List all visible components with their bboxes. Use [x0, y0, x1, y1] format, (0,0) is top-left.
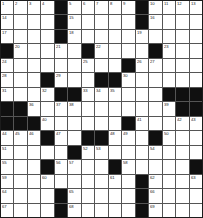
cell-r4c6[interactable] — [68, 44, 80, 57]
cell-r13c6[interactable] — [68, 175, 80, 188]
cell-r8c3[interactable]: 36 — [28, 102, 40, 115]
clue-number-44: 44 — [2, 131, 7, 135]
cell-r3c1[interactable]: 17 — [1, 30, 13, 43]
crossword-board: 1234567891011121314151617181920212223242… — [0, 0, 203, 218]
cell-r6c13[interactable] — [163, 73, 175, 86]
black-cell-r9c2 — [14, 117, 26, 130]
clue-number-32: 32 — [42, 88, 47, 92]
cell-r7c9[interactable]: 35 — [109, 88, 121, 101]
clue-number-8: 8 — [110, 1, 112, 5]
clue-number-56: 56 — [56, 160, 61, 164]
cell-r4c4[interactable] — [41, 44, 53, 57]
cell-r1c12[interactable]: 10 — [149, 1, 161, 14]
cell-r4c2[interactable]: 20 — [14, 44, 26, 57]
cell-r7c1[interactable]: 31 — [1, 88, 13, 101]
cell-r1c9[interactable]: 8 — [109, 1, 121, 14]
cell-r8c9[interactable] — [109, 102, 121, 115]
cell-r11c9[interactable] — [109, 146, 121, 159]
clue-number-12: 12 — [177, 1, 182, 5]
clue-number-9: 9 — [123, 1, 125, 5]
cell-r2c1[interactable]: 14 — [1, 15, 13, 28]
cell-r4c14[interactable] — [176, 44, 188, 57]
black-cell-r12c9 — [109, 160, 121, 173]
clue-number-69: 69 — [150, 204, 155, 208]
cell-r7c7[interactable]: 33 — [82, 88, 94, 101]
clue-number-27: 27 — [150, 59, 155, 63]
cell-r5c13[interactable] — [163, 59, 175, 72]
cell-r13c5[interactable] — [55, 175, 67, 188]
cell-r5c11[interactable]: 26 — [136, 59, 148, 72]
cell-r12c11[interactable] — [136, 160, 148, 173]
clue-number-63: 63 — [191, 175, 196, 179]
cell-r4c8[interactable]: 22 — [95, 44, 107, 57]
cell-r15c9[interactable] — [109, 204, 121, 217]
black-cell-r9c1 — [1, 117, 13, 130]
cell-r6c12[interactable] — [149, 73, 161, 86]
cell-r13c2[interactable] — [14, 175, 26, 188]
black-cell-r8c2 — [14, 102, 26, 115]
cell-r9c15[interactable]: 43 — [190, 117, 202, 130]
cell-r6c5[interactable]: 29 — [55, 73, 67, 86]
black-cell-r8c1 — [1, 102, 13, 115]
clue-number-42: 42 — [177, 117, 182, 121]
clue-number-45: 45 — [15, 131, 20, 135]
black-cell-r3c5 — [55, 30, 67, 43]
cell-r10c3[interactable]: 46 — [28, 131, 40, 144]
cell-r13c12[interactable]: 62 — [149, 175, 161, 188]
cell-r11c14[interactable] — [176, 146, 188, 159]
cell-r5c14[interactable] — [176, 59, 188, 72]
cell-r9c7[interactable] — [82, 117, 94, 130]
cell-r8c11[interactable] — [136, 102, 148, 115]
clue-number-15: 15 — [69, 15, 74, 19]
black-cell-r8c14 — [176, 102, 188, 115]
clue-number-16: 16 — [150, 15, 155, 19]
clue-number-30: 30 — [123, 73, 128, 77]
cell-r4c9[interactable] — [109, 44, 121, 57]
clue-number-49: 49 — [123, 131, 128, 135]
cell-r15c14[interactable] — [176, 204, 188, 217]
cell-r12c3[interactable] — [28, 160, 40, 173]
cell-r13c15[interactable]: 63 — [190, 175, 202, 188]
clue-number-61: 61 — [110, 175, 115, 179]
cell-r3c4[interactable] — [41, 30, 53, 43]
cell-r4c5[interactable]: 21 — [55, 44, 67, 57]
clue-number-64: 64 — [2, 189, 7, 193]
black-cell-r7c14 — [176, 88, 188, 101]
clue-number-22: 22 — [96, 44, 101, 48]
clue-number-51: 51 — [2, 146, 7, 150]
cell-r5c7[interactable]: 25 — [82, 59, 94, 72]
cell-r1c3[interactable]: 3 — [28, 1, 40, 14]
cell-r9c13[interactable] — [163, 117, 175, 130]
black-cell-r7c5 — [55, 88, 67, 101]
clue-number-25: 25 — [83, 59, 88, 63]
cell-r13c4[interactable]: 60 — [41, 175, 53, 188]
black-cell-r10c12 — [149, 131, 161, 144]
clue-number-57: 57 — [69, 160, 74, 164]
clue-number-20: 20 — [15, 44, 20, 48]
cell-r12c12[interactable] — [149, 160, 161, 173]
cell-r6c6[interactable] — [68, 73, 80, 86]
cell-r14c15[interactable] — [190, 189, 202, 202]
cell-r14c2[interactable] — [14, 189, 26, 202]
cell-r1c10[interactable]: 9 — [122, 1, 134, 14]
cell-r13c14[interactable] — [176, 175, 188, 188]
cell-r3c3[interactable] — [28, 30, 40, 43]
clue-number-37: 37 — [56, 102, 61, 106]
clue-number-55: 55 — [2, 160, 7, 164]
cell-r2c14[interactable] — [176, 15, 188, 28]
black-cell-r1c11 — [136, 1, 148, 14]
cell-r6c10[interactable]: 30 — [122, 73, 134, 86]
cell-r9c8[interactable] — [95, 117, 107, 130]
clue-number-17: 17 — [2, 30, 7, 34]
cell-r1c13[interactable]: 11 — [163, 1, 175, 14]
cell-r2c4[interactable] — [41, 15, 53, 28]
cell-r3c14[interactable] — [176, 30, 188, 43]
cell-r3c7[interactable] — [82, 30, 94, 43]
cell-r11c7[interactable]: 52 — [82, 146, 94, 159]
cell-r3c6[interactable]: 18 — [68, 30, 80, 43]
cell-r6c7[interactable] — [82, 73, 94, 86]
cell-r8c7[interactable] — [82, 102, 94, 115]
cell-r1c14[interactable]: 12 — [176, 1, 188, 14]
black-cell-r6c8 — [95, 73, 107, 86]
clue-number-7: 7 — [96, 1, 98, 5]
cell-r10c11[interactable] — [136, 131, 148, 144]
cell-r3c13[interactable] — [163, 30, 175, 43]
cell-r12c2[interactable] — [14, 160, 26, 173]
clue-number-31: 31 — [2, 88, 7, 92]
black-cell-r2c5 — [55, 15, 67, 28]
black-cell-r9c3 — [28, 117, 40, 130]
cell-r10c14[interactable] — [176, 131, 188, 144]
clue-number-34: 34 — [96, 88, 101, 92]
black-cell-r6c9 — [109, 73, 121, 86]
clue-number-6: 6 — [83, 1, 85, 5]
cell-r11c8[interactable]: 53 — [95, 146, 107, 159]
cell-r11c15[interactable] — [190, 146, 202, 159]
cell-r15c6[interactable]: 68 — [68, 204, 80, 217]
clue-number-19: 19 — [137, 30, 142, 34]
clue-number-59: 59 — [2, 175, 7, 179]
cell-r14c13[interactable] — [163, 189, 175, 202]
clue-number-29: 29 — [56, 73, 61, 77]
clue-number-40: 40 — [42, 117, 47, 121]
clue-number-46: 46 — [29, 131, 34, 135]
black-cell-r9c10 — [122, 117, 134, 130]
black-cell-r7c13 — [163, 88, 175, 101]
cell-r6c14[interactable] — [176, 73, 188, 86]
clue-number-24: 24 — [2, 59, 7, 63]
cell-r4c10[interactable] — [122, 44, 134, 57]
cell-r3c9[interactable] — [109, 30, 121, 43]
clue-number-53: 53 — [96, 146, 101, 150]
cell-r11c13[interactable] — [163, 146, 175, 159]
cell-r2c12[interactable]: 16 — [149, 15, 161, 28]
cell-r10c2[interactable]: 45 — [14, 131, 26, 144]
cell-r7c2[interactable] — [14, 88, 26, 101]
clue-number-3: 3 — [29, 1, 31, 5]
clue-number-23: 23 — [164, 44, 169, 48]
cell-r8c10[interactable] — [122, 102, 134, 115]
cell-r15c3[interactable] — [28, 204, 40, 217]
clue-number-14: 14 — [2, 15, 7, 19]
clue-number-58: 58 — [123, 160, 128, 164]
cell-r1c4[interactable]: 4 — [41, 1, 53, 14]
cell-r2c15[interactable] — [190, 15, 202, 28]
cell-r14c7[interactable] — [82, 189, 94, 202]
cell-r14c6[interactable]: 65 — [68, 189, 80, 202]
cell-r3c15[interactable] — [190, 30, 202, 43]
cell-r14c8[interactable] — [95, 189, 107, 202]
cell-r10c13[interactable]: 50 — [163, 131, 175, 144]
cell-r15c8[interactable] — [95, 204, 107, 217]
cell-r5c5[interactable] — [55, 59, 67, 72]
cell-r5c8[interactable] — [95, 59, 107, 72]
cell-r10c6[interactable] — [68, 131, 80, 144]
black-cell-r14c5 — [55, 189, 67, 202]
cell-r7c10[interactable] — [122, 88, 134, 101]
cell-r15c2[interactable] — [14, 204, 26, 217]
cell-r14c9[interactable] — [109, 189, 121, 202]
clue-number-35: 35 — [110, 88, 115, 92]
cell-r11c11[interactable] — [136, 146, 148, 159]
cell-r15c1[interactable]: 67 — [1, 204, 13, 217]
cell-r3c11[interactable]: 19 — [136, 30, 148, 43]
cell-r14c10[interactable] — [122, 189, 134, 202]
black-cell-r4c12 — [149, 44, 161, 57]
cell-r12c1[interactable]: 55 — [1, 160, 13, 173]
cell-r8c6[interactable]: 38 — [68, 102, 80, 115]
cell-r4c15[interactable] — [190, 44, 202, 57]
cell-r6c3[interactable] — [28, 73, 40, 86]
cell-r2c6[interactable]: 15 — [68, 15, 80, 28]
cell-r7c11[interactable] — [136, 88, 148, 101]
cell-r10c1[interactable]: 44 — [1, 131, 13, 144]
cell-r7c4[interactable]: 32 — [41, 88, 53, 101]
clue-number-68: 68 — [69, 204, 74, 208]
cell-r13c3[interactable] — [28, 175, 40, 188]
cell-r7c8[interactable]: 34 — [95, 88, 107, 101]
cell-r1c2[interactable]: 2 — [14, 1, 26, 14]
cell-r14c4[interactable] — [41, 189, 53, 202]
clue-number-36: 36 — [29, 102, 34, 106]
cell-r2c2[interactable] — [14, 15, 26, 28]
cell-r8c12[interactable] — [149, 102, 161, 115]
cell-r2c9[interactable] — [109, 15, 121, 28]
cell-r1c15[interactable]: 13 — [190, 1, 202, 14]
cell-r11c4[interactable] — [41, 146, 53, 159]
cell-r9c12[interactable] — [149, 117, 161, 130]
cell-r14c14[interactable] — [176, 189, 188, 202]
cell-r2c7[interactable] — [82, 15, 94, 28]
black-cell-r11c6 — [68, 146, 80, 159]
cell-r7c12[interactable] — [149, 88, 161, 101]
cell-r1c7[interactable]: 6 — [82, 1, 94, 14]
clue-number-28: 28 — [2, 73, 7, 77]
cell-r6c11[interactable] — [136, 73, 148, 86]
cell-r5c3[interactable] — [28, 59, 40, 72]
black-cell-r5c10 — [122, 59, 134, 72]
black-cell-r4c7 — [82, 44, 94, 57]
black-cell-r7c15 — [190, 88, 202, 101]
cell-r13c8[interactable] — [95, 175, 107, 188]
clue-number-21: 21 — [56, 44, 61, 48]
clue-number-41: 41 — [137, 117, 142, 121]
black-cell-r15c11 — [136, 204, 148, 217]
cell-r9c5[interactable] — [55, 117, 67, 130]
clue-number-13: 13 — [191, 1, 196, 5]
clue-number-62: 62 — [150, 175, 155, 179]
clue-number-18: 18 — [69, 30, 74, 34]
clue-number-60: 60 — [42, 175, 47, 179]
clue-number-43: 43 — [191, 117, 196, 121]
cell-r5c1[interactable]: 24 — [1, 59, 13, 72]
cell-r5c4[interactable] — [41, 59, 53, 72]
clue-number-66: 66 — [150, 189, 155, 193]
clue-number-54: 54 — [150, 146, 155, 150]
cell-r9c4[interactable]: 40 — [41, 117, 53, 130]
cell-r12c5[interactable]: 56 — [55, 160, 67, 173]
clue-number-52: 52 — [83, 146, 88, 150]
cell-r10c10[interactable]: 49 — [122, 131, 134, 144]
cell-r4c13[interactable]: 23 — [163, 44, 175, 57]
cell-r13c1[interactable]: 59 — [1, 175, 13, 188]
cell-r3c8[interactable] — [95, 30, 107, 43]
black-cell-r8c15 — [190, 102, 202, 115]
black-cell-r6c4 — [41, 73, 53, 86]
clue-number-1: 1 — [2, 1, 4, 5]
cell-r12c14[interactable] — [176, 160, 188, 173]
cell-r5c12[interactable]: 27 — [149, 59, 161, 72]
black-cell-r12c15 — [190, 160, 202, 173]
cell-r1c6[interactable]: 5 — [68, 1, 80, 14]
black-cell-r12c4 — [41, 160, 53, 173]
cell-r4c11[interactable] — [136, 44, 148, 57]
black-cell-r14c11 — [136, 189, 148, 202]
clue-number-48: 48 — [110, 131, 115, 135]
cell-r12c7[interactable] — [82, 160, 94, 173]
clue-number-65: 65 — [69, 189, 74, 193]
clue-number-39: 39 — [164, 102, 169, 106]
cell-r11c10[interactable] — [122, 146, 134, 159]
cell-r15c12[interactable]: 69 — [149, 204, 161, 217]
clue-number-33: 33 — [83, 88, 88, 92]
cell-r3c12[interactable] — [149, 30, 161, 43]
black-cell-r7c6 — [68, 88, 80, 101]
cell-r11c12[interactable]: 54 — [149, 146, 161, 159]
cell-r9c14[interactable]: 42 — [176, 117, 188, 130]
cell-r3c2[interactable] — [14, 30, 26, 43]
cell-r8c5[interactable]: 37 — [55, 102, 67, 115]
clue-number-26: 26 — [137, 59, 142, 63]
clue-number-38: 38 — [69, 102, 74, 106]
cell-r13c9[interactable]: 61 — [109, 175, 121, 188]
cell-r11c5[interactable] — [55, 146, 67, 159]
cell-r1c8[interactable]: 7 — [95, 1, 107, 14]
cell-r2c8[interactable] — [95, 15, 107, 28]
cell-r9c9[interactable] — [109, 117, 121, 130]
clue-number-4: 4 — [42, 1, 44, 5]
cell-r13c7[interactable] — [82, 175, 94, 188]
cell-r12c6[interactable]: 57 — [68, 160, 80, 173]
cell-r11c1[interactable]: 51 — [1, 146, 13, 159]
cell-r5c6[interactable] — [68, 59, 80, 72]
cell-r2c10[interactable] — [122, 15, 134, 28]
black-cell-r2c11 — [136, 15, 148, 28]
cell-r10c15[interactable] — [190, 131, 202, 144]
black-cell-r1c5 — [55, 1, 67, 14]
cell-r1c1[interactable]: 1 — [1, 1, 13, 14]
black-cell-r13c11 — [136, 175, 148, 188]
black-cell-r10c7 — [82, 131, 94, 144]
cell-r15c4[interactable] — [41, 204, 53, 217]
cell-r4c3[interactable] — [28, 44, 40, 57]
cell-r5c2[interactable] — [14, 59, 26, 72]
cell-r8c13[interactable]: 39 — [163, 102, 175, 115]
clue-number-47: 47 — [56, 131, 61, 135]
cell-r5c9[interactable] — [109, 59, 121, 72]
cell-r14c1[interactable]: 64 — [1, 189, 13, 202]
cell-r13c10[interactable] — [122, 175, 134, 188]
cell-r15c10[interactable] — [122, 204, 134, 217]
cell-r15c7[interactable] — [82, 204, 94, 217]
cell-r6c2[interactable] — [14, 73, 26, 86]
cell-r13c13[interactable] — [163, 175, 175, 188]
cell-r15c13[interactable] — [163, 204, 175, 217]
cell-r3c10[interactable] — [122, 30, 134, 43]
cell-r2c3[interactable] — [28, 15, 40, 28]
black-cell-r4c1 — [1, 44, 13, 57]
cell-r9c6[interactable] — [68, 117, 80, 130]
cell-r14c12[interactable]: 66 — [149, 189, 161, 202]
cell-r15c15[interactable] — [190, 204, 202, 217]
cell-r11c2[interactable] — [14, 146, 26, 159]
cell-r14c3[interactable] — [28, 189, 40, 202]
clue-number-10: 10 — [150, 1, 155, 5]
black-cell-r10c8 — [95, 131, 107, 144]
cell-r6c1[interactable]: 28 — [1, 73, 13, 86]
cell-r10c5[interactable]: 47 — [55, 131, 67, 144]
cell-r9c11[interactable]: 41 — [136, 117, 148, 130]
cell-r10c9[interactable]: 48 — [109, 131, 121, 144]
cell-r5c15[interactable] — [190, 59, 202, 72]
cell-r8c8[interactable] — [95, 102, 107, 115]
clue-number-2: 2 — [15, 1, 17, 5]
clue-number-67: 67 — [2, 204, 7, 208]
cell-r7c3[interactable] — [28, 88, 40, 101]
clue-number-50: 50 — [164, 131, 169, 135]
black-cell-r10c4 — [41, 131, 53, 144]
clue-number-5: 5 — [69, 1, 71, 5]
cell-r8c4[interactable] — [41, 102, 53, 115]
black-cell-r15c5 — [55, 204, 67, 217]
cell-r12c10[interactable]: 58 — [122, 160, 134, 173]
cell-r12c13[interactable] — [163, 160, 175, 173]
clue-number-11: 11 — [164, 1, 168, 5]
cell-r11c3[interactable] — [28, 146, 40, 159]
cell-r12c8[interactable] — [95, 160, 107, 173]
cell-r6c15[interactable] — [190, 73, 202, 86]
cell-r2c13[interactable] — [163, 15, 175, 28]
